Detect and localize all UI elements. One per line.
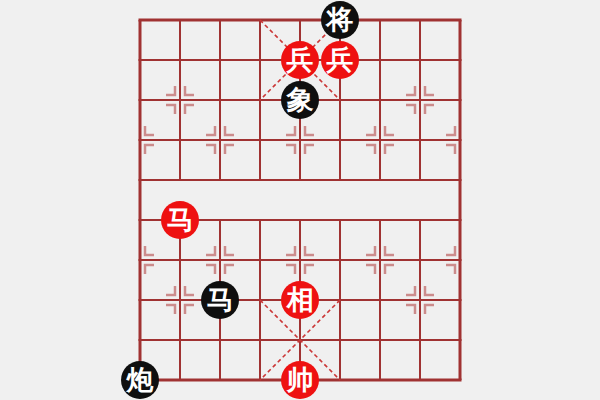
piece-black-cannon[interactable]: 炮	[121, 361, 159, 399]
piece-black-horse[interactable]: 马	[201, 281, 239, 319]
piece-red-general[interactable]: 帅	[281, 361, 319, 399]
xiangqi-board-screen: 将兵兵象马马相炮帅	[0, 0, 600, 400]
piece-red-horse[interactable]: 马	[161, 201, 199, 239]
piece-black-elephant[interactable]: 象	[281, 81, 319, 119]
piece-black-general[interactable]: 将	[321, 1, 359, 39]
piece-red-soldier-2[interactable]: 兵	[321, 41, 359, 79]
piece-red-soldier-1[interactable]: 兵	[281, 41, 319, 79]
xiangqi-board[interactable]: 将兵兵象马马相炮帅	[120, 0, 480, 400]
piece-red-elephant[interactable]: 相	[281, 281, 319, 319]
